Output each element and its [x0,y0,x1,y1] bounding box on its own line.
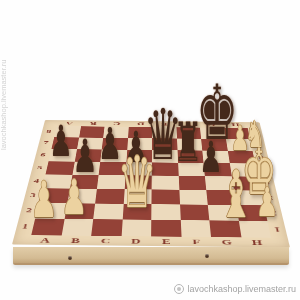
file-label-far-D: D [128,121,152,127]
file-label-far-A: A [57,120,82,126]
file-label-far-G: G [199,122,223,128]
rank-label-left-5: 5 [31,161,49,174]
file-label-far-B: B [81,120,106,126]
square-g6 [202,151,229,164]
square-d8 [128,127,153,138]
rank-label-right-6: 6 [253,151,270,164]
square-h3 [234,190,264,205]
square-f8 [176,127,201,138]
square-h7 [226,139,253,151]
square-b1 [61,219,93,236]
square-e4 [152,176,179,190]
livemaster-logo-icon [174,284,184,294]
rank-label-right-3: 3 [261,191,280,206]
square-h5 [229,163,258,176]
square-g4 [205,176,234,190]
square-d3 [123,189,151,204]
square-g8 [200,128,226,139]
square-a3 [39,188,70,203]
square-d6 [126,150,152,163]
square-f7 [177,139,203,151]
square-g7 [201,139,227,151]
square-f4 [178,176,206,190]
rank-label-left-7: 7 [37,137,54,149]
square-b4 [70,175,99,189]
file-label-near-F: F [181,237,212,247]
square-e7 [152,138,177,150]
hinge-screw-left [68,256,72,260]
square-c5 [99,162,126,175]
rank-label-right-1: 1 [267,221,287,238]
square-e5 [152,162,179,175]
board-box-side-face [13,247,289,265]
square-g5 [204,163,232,176]
square-c6 [100,150,127,163]
square-d2 [122,204,151,220]
square-e6 [152,150,178,163]
square-b3 [67,189,97,204]
square-a7 [51,137,78,149]
file-label-near-B: B [60,235,92,245]
file-label-near-C: C [90,236,121,246]
file-label-near-G: G [211,237,242,247]
square-c1 [91,219,122,236]
square-b2 [64,203,95,219]
hinge-screw-right [205,254,209,258]
square-e1 [151,220,181,237]
watermark-left: lavochkashop.livemaster.ru [0,60,8,150]
square-b6 [74,149,101,162]
square-d5 [125,162,152,175]
square-b7 [77,137,104,149]
square-a6 [49,149,77,162]
square-h8 [224,128,250,139]
square-a8 [54,126,80,137]
file-label-near-A: A [29,235,61,245]
square-d1 [121,219,151,236]
square-c3 [95,189,124,204]
square-f2 [180,204,210,220]
rank-label-right-5: 5 [255,164,273,177]
square-e2 [151,204,180,220]
watermark-bottom-right: lavochkashop.livemaster.ru [174,284,296,294]
square-b5 [72,162,100,175]
square-d4 [124,175,151,189]
square-h4 [231,176,261,190]
file-label-near-H: H [241,237,273,247]
square-e3 [151,189,179,204]
square-g3 [206,190,236,205]
rank-label-right-4: 4 [258,177,276,191]
square-g1 [209,220,241,237]
square-c7 [102,138,128,150]
square-f3 [179,190,208,205]
square-d7 [127,138,152,150]
file-label-far-E: E [152,121,176,127]
file-label-far-F: F [176,121,200,127]
square-a5 [45,161,74,174]
square-f1 [180,220,211,237]
chess-board: ABCDEFGH ABCDEFGH 87654321 87654321 [12,120,290,247]
square-f6 [177,150,203,163]
square-h1 [238,221,271,238]
rank-label-left-6: 6 [34,149,51,162]
square-c8 [103,127,128,138]
file-label-far-H: H [223,122,248,128]
file-label-near-E: E [151,236,181,246]
rank-label-right-8: 8 [248,128,264,139]
square-g2 [208,205,239,221]
rank-label-right-7: 7 [250,139,267,151]
square-f5 [178,163,205,176]
board-grid [31,126,271,238]
file-label-near-D: D [121,236,152,246]
product-photo-stage: ABCDEFGH ABCDEFGH 87654321 87654321 ♟♟♟♟… [0,0,300,300]
square-c2 [93,204,123,220]
watermark-text: lavochkashop.livemaster.ru [187,284,296,294]
square-a4 [42,174,72,188]
rank-label-right-2: 2 [264,205,284,221]
rank-label-left-4: 4 [27,174,45,188]
square-e8 [152,127,176,138]
file-labels-near: ABCDEFGH [29,235,273,247]
square-c4 [97,175,125,189]
rank-label-left-8: 8 [41,126,57,137]
square-a1 [31,219,64,236]
file-label-far-C: C [105,121,129,127]
square-b8 [79,126,105,137]
square-a2 [35,203,67,219]
square-h6 [227,151,255,164]
square-h2 [236,205,267,221]
